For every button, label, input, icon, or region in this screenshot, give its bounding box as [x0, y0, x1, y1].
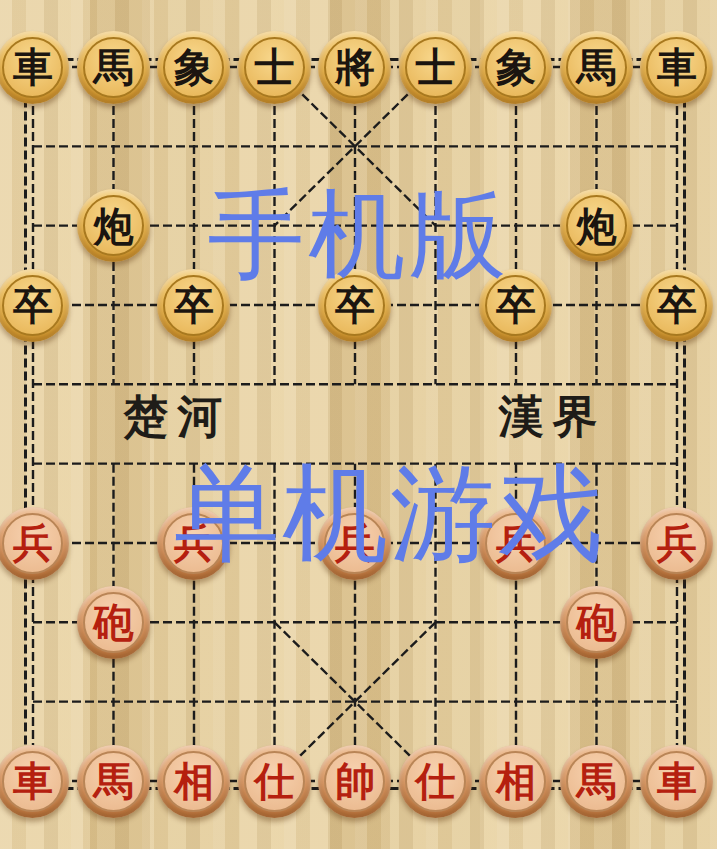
- board-cell[interactable]: [637, 662, 717, 741]
- piece-red-advisor[interactable]: 仕: [399, 745, 472, 818]
- board-cell[interactable]: 車: [0, 741, 73, 820]
- piece-red-general[interactable]: 帥: [318, 745, 391, 818]
- piece-glyph: 車: [657, 761, 697, 801]
- piece-black-soldier[interactable]: 卒: [640, 269, 713, 342]
- piece-black-elephant[interactable]: 象: [157, 31, 230, 104]
- piece-glyph: 兵: [13, 523, 53, 563]
- piece-red-elephant[interactable]: 相: [157, 745, 230, 818]
- board-cell[interactable]: 車: [637, 27, 717, 106]
- board-cell[interactable]: [73, 107, 154, 186]
- board-cell[interactable]: [0, 583, 73, 662]
- piece-black-general[interactable]: 將: [318, 31, 391, 104]
- piece-red-soldier[interactable]: 兵: [0, 507, 69, 580]
- board-cell[interactable]: [556, 662, 637, 741]
- board-cell[interactable]: 卒: [637, 265, 717, 344]
- piece-glyph: 馬: [576, 761, 616, 801]
- piece-black-cannon[interactable]: 炮: [77, 189, 150, 262]
- board-cell[interactable]: [637, 107, 717, 186]
- overlay-banner-mobile-version: 手机版: [178, 175, 540, 297]
- piece-black-horse[interactable]: 馬: [77, 31, 150, 104]
- board-cell[interactable]: [637, 186, 717, 265]
- board-cell[interactable]: [476, 583, 557, 662]
- piece-red-chariot[interactable]: 車: [640, 745, 713, 818]
- board-cell[interactable]: 馬: [556, 741, 637, 820]
- piece-glyph: 馬: [93, 47, 133, 87]
- board-cell[interactable]: 砲: [73, 583, 154, 662]
- board-cell[interactable]: [154, 583, 235, 662]
- piece-black-advisor[interactable]: 士: [238, 31, 311, 104]
- board-cell[interactable]: 車: [0, 27, 73, 106]
- board-cell[interactable]: 馬: [73, 741, 154, 820]
- board-cell[interactable]: [315, 662, 396, 741]
- piece-red-chariot[interactable]: 車: [0, 745, 69, 818]
- piece-black-chariot[interactable]: 車: [640, 31, 713, 104]
- piece-glyph: 仕: [254, 761, 294, 801]
- board-cell[interactable]: 將: [315, 27, 396, 106]
- piece-glyph: 士: [254, 47, 294, 87]
- board-cell[interactable]: [0, 107, 73, 186]
- xiangqi-board[interactable]: 車馬象士將士象馬車炮炮卒卒卒卒卒兵兵兵兵兵砲砲車馬相仕帥仕相馬車: [0, 27, 717, 820]
- board-cell[interactable]: 卒: [0, 265, 73, 344]
- board-cell[interactable]: [637, 345, 717, 424]
- piece-red-cannon[interactable]: 砲: [77, 586, 150, 659]
- piece-black-horse[interactable]: 馬: [560, 31, 633, 104]
- piece-glyph: 車: [13, 47, 53, 87]
- board-cell[interactable]: 相: [154, 741, 235, 820]
- piece-glyph: 砲: [93, 602, 133, 642]
- board-cell[interactable]: 炮: [73, 186, 154, 265]
- board-cell[interactable]: [476, 662, 557, 741]
- board-cell[interactable]: [0, 345, 73, 424]
- piece-glyph: 馬: [576, 47, 616, 87]
- piece-glyph: 仕: [415, 761, 455, 801]
- board-cell[interactable]: 士: [234, 27, 315, 106]
- board-cell[interactable]: [154, 662, 235, 741]
- board-cell[interactable]: [395, 345, 476, 424]
- board-cell[interactable]: 砲: [556, 583, 637, 662]
- board-cell[interactable]: [315, 583, 396, 662]
- piece-red-horse[interactable]: 馬: [77, 745, 150, 818]
- piece-glyph: 卒: [13, 285, 53, 325]
- piece-black-soldier[interactable]: 卒: [0, 269, 69, 342]
- board-cell[interactable]: [556, 345, 637, 424]
- board-cell[interactable]: [476, 345, 557, 424]
- piece-red-horse[interactable]: 馬: [560, 745, 633, 818]
- piece-glyph: 相: [496, 761, 536, 801]
- board-cell[interactable]: [154, 345, 235, 424]
- board-cell[interactable]: 馬: [556, 27, 637, 106]
- board-cell[interactable]: [637, 583, 717, 662]
- piece-red-elephant[interactable]: 相: [479, 745, 552, 818]
- piece-glyph: 將: [335, 47, 375, 87]
- board-cell[interactable]: 仕: [234, 741, 315, 820]
- piece-black-elephant[interactable]: 象: [479, 31, 552, 104]
- board-frame-bottom: [0, 836, 717, 849]
- piece-glyph: 士: [415, 47, 455, 87]
- board-cell[interactable]: [395, 583, 476, 662]
- board-cell[interactable]: 仕: [395, 741, 476, 820]
- overlay-banner-single-player-game: 单机游戏: [63, 445, 717, 583]
- board-cell[interactable]: [234, 583, 315, 662]
- piece-black-cannon[interactable]: 炮: [560, 189, 633, 262]
- piece-black-chariot[interactable]: 車: [0, 31, 69, 104]
- board-cell[interactable]: [234, 345, 315, 424]
- board-cell[interactable]: 車: [637, 741, 717, 820]
- board-cell[interactable]: [315, 345, 396, 424]
- piece-glyph: 象: [496, 47, 536, 87]
- board-cell[interactable]: 士: [395, 27, 476, 106]
- board-cell[interactable]: [73, 265, 154, 344]
- piece-glyph: 炮: [93, 206, 133, 246]
- piece-glyph: 卒: [657, 285, 697, 325]
- piece-red-advisor[interactable]: 仕: [238, 745, 311, 818]
- board-cell[interactable]: 炮: [556, 186, 637, 265]
- board-cell[interactable]: [0, 186, 73, 265]
- board-cell[interactable]: 相: [476, 741, 557, 820]
- piece-glyph: 相: [174, 761, 214, 801]
- board-cell[interactable]: 象: [154, 27, 235, 106]
- board-cell[interactable]: [556, 265, 637, 344]
- piece-glyph: 象: [174, 47, 214, 87]
- xiangqi-app: 楚河 漢界 車馬象士將士象馬車炮炮卒卒卒卒卒兵兵兵兵兵砲砲車馬相仕帥仕相馬車 手…: [0, 0, 717, 849]
- board-cell[interactable]: 象: [476, 27, 557, 106]
- board-cell[interactable]: [73, 662, 154, 741]
- piece-red-cannon[interactable]: 砲: [560, 586, 633, 659]
- piece-glyph: 馬: [93, 761, 133, 801]
- board-cell[interactable]: [0, 662, 73, 741]
- board-cell[interactable]: 馬: [73, 27, 154, 106]
- board-cell[interactable]: 帥: [315, 741, 396, 820]
- piece-glyph: 車: [13, 761, 53, 801]
- piece-black-advisor[interactable]: 士: [399, 31, 472, 104]
- board-cell[interactable]: [73, 345, 154, 424]
- piece-glyph: 炮: [576, 206, 616, 246]
- board-cell[interactable]: [556, 107, 637, 186]
- board-frame-top: [0, 0, 717, 13]
- piece-glyph: 砲: [576, 602, 616, 642]
- board-cell[interactable]: [395, 662, 476, 741]
- piece-glyph: 車: [657, 47, 697, 87]
- piece-glyph: 帥: [335, 761, 375, 801]
- board-cell[interactable]: [234, 662, 315, 741]
